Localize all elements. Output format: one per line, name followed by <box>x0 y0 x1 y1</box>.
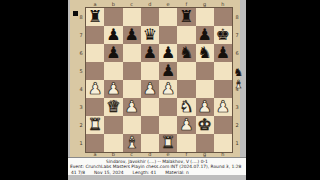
square-h2 <box>214 116 232 134</box>
black-pawn: ♟ <box>104 26 122 44</box>
square-d4: ♟ <box>141 80 159 98</box>
black-rook: ♜ <box>177 8 195 26</box>
white-pawn: ♟ <box>86 80 104 98</box>
square-c6 <box>123 44 141 62</box>
square-h5 <box>214 62 232 80</box>
length-label: Length: 41 <box>133 170 157 175</box>
square-e7 <box>159 26 177 44</box>
white-pawn: ♟ <box>104 80 122 98</box>
black-pawn: ♟ <box>214 44 232 62</box>
board-frame: abcdefgh 87654321 ♜♜♟♟♛♟♚♟♟♟♞♞♟♟♟♟♟♟♛♟♞♟… <box>70 0 240 157</box>
black-knight: ♞ <box>177 44 195 62</box>
square-f2: ♟ <box>177 116 195 134</box>
square-g1 <box>196 134 214 152</box>
square-g2: ♚ <box>196 116 214 134</box>
square-f6: ♞ <box>177 44 195 62</box>
square-g4 <box>196 80 214 98</box>
square-c7: ♟ <box>123 26 141 44</box>
white-rook: ♜ <box>159 134 177 152</box>
square-g3: ♟ <box>196 98 214 116</box>
white-knight: ♞ <box>177 98 195 116</box>
square-b6: ♟ <box>104 44 122 62</box>
rank-label-8: 8 <box>77 8 85 26</box>
square-e3 <box>159 98 177 116</box>
video-frame: abcdefgh 87654321 ♜♜♟♟♛♟♚♟♟♟♞♞♟♟♟♟♟♟♛♟♞♟… <box>0 0 320 180</box>
square-f7 <box>177 26 195 44</box>
square-a1 <box>86 134 104 152</box>
square-c3: ♟ <box>123 98 141 116</box>
square-d7: ♛ <box>141 26 159 44</box>
rank-label-3: 3 <box>77 98 85 116</box>
material-difference-tray: ♞ ♝ <box>232 67 245 91</box>
move-counter: 41 7/8 <box>71 170 85 175</box>
white-extra-piece-icon: ♝ <box>234 79 244 91</box>
rank-label-3: 3 <box>233 98 241 116</box>
square-h3: ♟ <box>214 98 232 116</box>
square-g6: ♞ <box>196 44 214 62</box>
square-h4 <box>214 80 232 98</box>
square-g5 <box>196 62 214 80</box>
rank-label-4: 4 <box>77 80 85 98</box>
square-h7: ♚ <box>214 26 232 44</box>
black-pawn: ♟ <box>141 44 159 62</box>
square-d5 <box>141 62 159 80</box>
rank-label-7: 7 <box>233 26 241 44</box>
date-label: Nov 15, 2024 <box>94 170 124 175</box>
white-bishop: ♝ <box>123 134 141 152</box>
white-queen: ♛ <box>104 98 122 116</box>
square-c2 <box>123 116 141 134</box>
square-f5 <box>177 62 195 80</box>
square-e2 <box>159 116 177 134</box>
black-pawn: ♟ <box>123 26 141 44</box>
square-g8 <box>196 8 214 26</box>
white-king: ♚ <box>196 116 214 134</box>
black-pawn: ♟ <box>196 26 214 44</box>
rank-label-6: 6 <box>233 44 241 62</box>
black-knight: ♞ <box>196 44 214 62</box>
black-pawn: ♟ <box>159 62 177 80</box>
square-a4: ♟ <box>86 80 104 98</box>
square-a8: ♜ <box>86 8 104 26</box>
black-king: ♚ <box>214 26 232 44</box>
chess-board: ♜♜♟♟♛♟♚♟♟♟♞♞♟♟♟♟♟♟♛♟♞♟♟♜♟♚♝♜ <box>85 7 233 153</box>
white-pawn: ♟ <box>123 98 141 116</box>
rank-labels-left: 87654321 <box>77 8 85 152</box>
square-b8 <box>104 8 122 26</box>
square-a6 <box>86 44 104 62</box>
square-f4 <box>177 80 195 98</box>
white-pawn: ♟ <box>214 98 232 116</box>
game-caption: Sindarov, Javokhir (....) -- Malakhov, V… <box>68 157 246 175</box>
rank-label-5: 5 <box>77 62 85 80</box>
black-pawn: ♟ <box>159 44 177 62</box>
square-e8 <box>159 8 177 26</box>
rank-label-6: 6 <box>77 44 85 62</box>
white-pawn: ♟ <box>141 80 159 98</box>
rank-label-1: 1 <box>233 134 241 152</box>
square-c8 <box>123 8 141 26</box>
square-b1 <box>104 134 122 152</box>
rank-label-7: 7 <box>77 26 85 44</box>
square-f3: ♞ <box>177 98 195 116</box>
material-label: Material: n <box>165 170 189 175</box>
square-f8: ♜ <box>177 8 195 26</box>
square-d1 <box>141 134 159 152</box>
white-pawn: ♟ <box>177 116 195 134</box>
square-e5: ♟ <box>159 62 177 80</box>
square-h6: ♟ <box>214 44 232 62</box>
square-f1 <box>177 134 195 152</box>
square-e6: ♟ <box>159 44 177 62</box>
square-d8 <box>141 8 159 26</box>
rank-label-1: 1 <box>77 134 85 152</box>
white-rook: ♜ <box>86 116 104 134</box>
square-e1: ♜ <box>159 134 177 152</box>
square-h8 <box>214 8 232 26</box>
square-d3 <box>141 98 159 116</box>
square-a5 <box>86 62 104 80</box>
rank-label-2: 2 <box>233 116 241 134</box>
meta-info: 41 7/8 Nov 15, 2024 Length: 41 Material:… <box>68 170 246 175</box>
square-d6: ♟ <box>141 44 159 62</box>
black-queen: ♛ <box>141 26 159 44</box>
white-pawn: ♟ <box>196 98 214 116</box>
square-c4 <box>123 80 141 98</box>
square-b4: ♟ <box>104 80 122 98</box>
rank-label-2: 2 <box>77 116 85 134</box>
diagram-area: abcdefgh 87654321 ♜♜♟♟♛♟♚♟♟♟♞♞♟♟♟♟♟♟♛♟♞♟… <box>68 0 246 180</box>
square-b5 <box>104 62 122 80</box>
rank-label-8: 8 <box>233 8 241 26</box>
square-d2 <box>141 116 159 134</box>
square-b3: ♛ <box>104 98 122 116</box>
square-b2 <box>104 116 122 134</box>
white-pawn: ♟ <box>159 80 177 98</box>
square-a7 <box>86 26 104 44</box>
black-pawn: ♟ <box>104 44 122 62</box>
square-e4: ♟ <box>159 80 177 98</box>
square-a3 <box>86 98 104 116</box>
square-g7: ♟ <box>196 26 214 44</box>
square-a2: ♜ <box>86 116 104 134</box>
black-rook: ♜ <box>86 8 104 26</box>
square-h1 <box>214 134 232 152</box>
square-c1: ♝ <box>123 134 141 152</box>
square-b7: ♟ <box>104 26 122 44</box>
square-c5 <box>123 62 141 80</box>
